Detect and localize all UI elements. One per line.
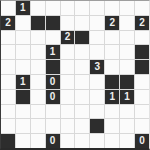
cell-r6c8[interactable]: 1	[120, 90, 134, 104]
cell-r9c3[interactable]: 0	[46, 134, 60, 148]
cell-r9c8[interactable]	[120, 134, 134, 148]
cell-r6c6[interactable]	[90, 90, 104, 104]
cell-r9c2[interactable]	[31, 134, 45, 148]
cell-r7c3[interactable]	[46, 105, 60, 119]
cell-r2c3[interactable]	[46, 31, 60, 45]
cell-r4c8[interactable]	[120, 60, 134, 74]
cell-r0c0[interactable]	[1, 1, 15, 15]
cell-r2c1[interactable]	[16, 31, 30, 45]
cell-r2c8[interactable]	[120, 31, 134, 45]
cell-r8c4[interactable]	[61, 119, 75, 133]
cell-r2c0[interactable]	[1, 31, 15, 45]
cell-r0c3[interactable]	[46, 1, 60, 15]
cell-r3c0[interactable]	[1, 45, 15, 59]
cell-r1c2[interactable]	[31, 16, 45, 30]
cell-r8c0[interactable]	[1, 119, 15, 133]
cell-r9c4[interactable]	[61, 134, 75, 148]
cell-r3c6[interactable]	[90, 45, 104, 59]
cell-r0c4[interactable]	[61, 1, 75, 15]
cell-r7c1[interactable]	[16, 105, 30, 119]
cell-r0c6[interactable]	[90, 1, 104, 15]
cell-r9c9[interactable]: 0	[135, 134, 149, 148]
cell-r0c9[interactable]	[135, 1, 149, 15]
cell-r3c4[interactable]	[61, 45, 75, 59]
cell-r1c7[interactable]: 2	[105, 16, 119, 30]
cell-r7c6[interactable]	[90, 105, 104, 119]
cell-r6c9[interactable]	[135, 90, 149, 104]
cell-r0c8[interactable]	[120, 1, 134, 15]
cell-r5c1[interactable]: 1	[16, 75, 30, 89]
cell-r4c2[interactable]	[31, 60, 45, 74]
cell-r5c4[interactable]	[61, 75, 75, 89]
cell-r4c0[interactable]	[1, 60, 15, 74]
cell-r6c0[interactable]	[1, 90, 15, 104]
cell-r3c8[interactable]	[120, 45, 134, 59]
cell-r0c2[interactable]	[31, 1, 45, 15]
cell-r6c5[interactable]	[75, 90, 89, 104]
cell-r6c4[interactable]	[61, 90, 75, 104]
cell-r3c7[interactable]	[105, 45, 119, 59]
cell-r2c9[interactable]	[135, 31, 149, 45]
cell-r9c7[interactable]	[105, 134, 119, 148]
cell-r0c5[interactable]	[75, 1, 89, 15]
cell-r8c1[interactable]	[16, 119, 30, 133]
cell-r1c4[interactable]	[61, 16, 75, 30]
cell-r4c9[interactable]	[135, 60, 149, 74]
cell-r4c1[interactable]	[16, 60, 30, 74]
cell-r2c7[interactable]	[105, 31, 119, 45]
cell-r9c1[interactable]	[16, 134, 30, 148]
cell-r1c0[interactable]: 2	[1, 16, 15, 30]
cell-r4c4[interactable]	[61, 60, 75, 74]
cell-r4c6[interactable]: 3	[90, 60, 104, 74]
cell-r5c7[interactable]	[105, 75, 119, 89]
cell-r7c5[interactable]	[75, 105, 89, 119]
cell-r3c5[interactable]	[75, 45, 89, 59]
cell-r6c2[interactable]	[31, 90, 45, 104]
cell-r3c2[interactable]	[31, 45, 45, 59]
cell-r7c2[interactable]	[31, 105, 45, 119]
cell-r2c4[interactable]: 2	[61, 31, 75, 45]
cell-r5c3[interactable]: 0	[46, 75, 60, 89]
cell-r6c1[interactable]	[16, 90, 30, 104]
cell-r4c5[interactable]	[75, 60, 89, 74]
cell-r2c2[interactable]	[31, 31, 45, 45]
cell-r2c6[interactable]	[90, 31, 104, 45]
cell-r2c5[interactable]	[75, 31, 89, 45]
cell-r7c8[interactable]	[120, 105, 134, 119]
cell-r8c8[interactable]	[120, 119, 134, 133]
cell-r7c7[interactable]	[105, 105, 119, 119]
cell-r8c3[interactable]	[46, 119, 60, 133]
cell-r7c4[interactable]	[61, 105, 75, 119]
cell-r1c5[interactable]	[75, 16, 89, 30]
cell-r5c9[interactable]	[135, 75, 149, 89]
cell-r8c7[interactable]	[105, 119, 119, 133]
cell-r3c1[interactable]	[16, 45, 30, 59]
cell-r5c8[interactable]	[120, 75, 134, 89]
cell-r8c2[interactable]	[31, 119, 45, 133]
cell-r9c5[interactable]	[75, 134, 89, 148]
cell-r1c8[interactable]	[120, 16, 134, 30]
cell-r5c6[interactable]	[90, 75, 104, 89]
cell-r8c5[interactable]	[75, 119, 89, 133]
cell-r0c1[interactable]: 1	[16, 1, 30, 15]
cell-r1c1[interactable]	[16, 16, 30, 30]
cell-r5c5[interactable]	[75, 75, 89, 89]
cell-r3c3[interactable]: 1	[46, 45, 60, 59]
cell-r6c3[interactable]: 0	[46, 90, 60, 104]
puzzle-board: 12222131001100	[0, 0, 150, 150]
cell-r5c0[interactable]	[1, 75, 15, 89]
cell-r0c7[interactable]	[105, 1, 119, 15]
cell-r3c9[interactable]	[135, 45, 149, 59]
cell-r4c7[interactable]	[105, 60, 119, 74]
cell-r8c9[interactable]	[135, 119, 149, 133]
cell-r4c3[interactable]	[46, 60, 60, 74]
cell-r1c9[interactable]: 2	[135, 16, 149, 30]
cell-r8c6[interactable]	[90, 119, 104, 133]
cell-r6c7[interactable]: 1	[105, 90, 119, 104]
cell-r9c0[interactable]	[1, 134, 15, 148]
cell-r7c9[interactable]	[135, 105, 149, 119]
cell-r1c6[interactable]	[90, 16, 104, 30]
cell-r7c0[interactable]	[1, 105, 15, 119]
cell-r5c2[interactable]	[31, 75, 45, 89]
cell-r1c3[interactable]	[46, 16, 60, 30]
cell-r9c6[interactable]	[90, 134, 104, 148]
